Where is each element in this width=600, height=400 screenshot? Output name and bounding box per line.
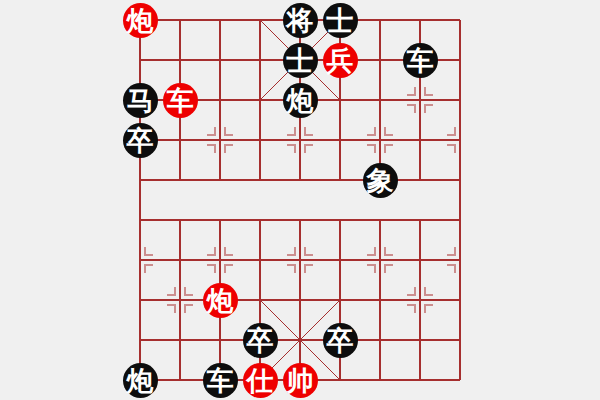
piece-black-horse[interactable]: 马 [123,83,158,118]
piece-black-soldier[interactable]: 卒 [243,323,278,358]
piece-red-advisor[interactable]: 仕 [243,363,278,398]
piece-black-cannon[interactable]: 炮 [123,363,158,398]
xiangqi-board-screenshot: 炮将士士兵车马车炮卒象炮卒卒炮车仕帅 [0,0,600,400]
piece-black-soldier[interactable]: 卒 [123,123,158,158]
piece-black-chariot[interactable]: 车 [403,43,438,78]
piece-black-soldier[interactable]: 卒 [323,323,358,358]
piece-black-elephant[interactable]: 象 [363,163,398,198]
piece-red-chariot[interactable]: 车 [163,83,198,118]
piece-black-chariot[interactable]: 车 [203,363,238,398]
piece-black-advisor[interactable]: 士 [323,3,358,38]
pieces-layer: 炮将士士兵车马车炮卒象炮卒卒炮车仕帅 [0,0,600,400]
piece-black-general[interactable]: 将 [283,3,318,38]
piece-red-soldier[interactable]: 兵 [323,43,358,78]
piece-black-cannon[interactable]: 炮 [283,83,318,118]
piece-red-general[interactable]: 帅 [283,363,318,398]
piece-black-advisor[interactable]: 士 [283,43,318,78]
piece-red-cannon[interactable]: 炮 [123,3,158,38]
piece-red-cannon[interactable]: 炮 [203,283,238,318]
